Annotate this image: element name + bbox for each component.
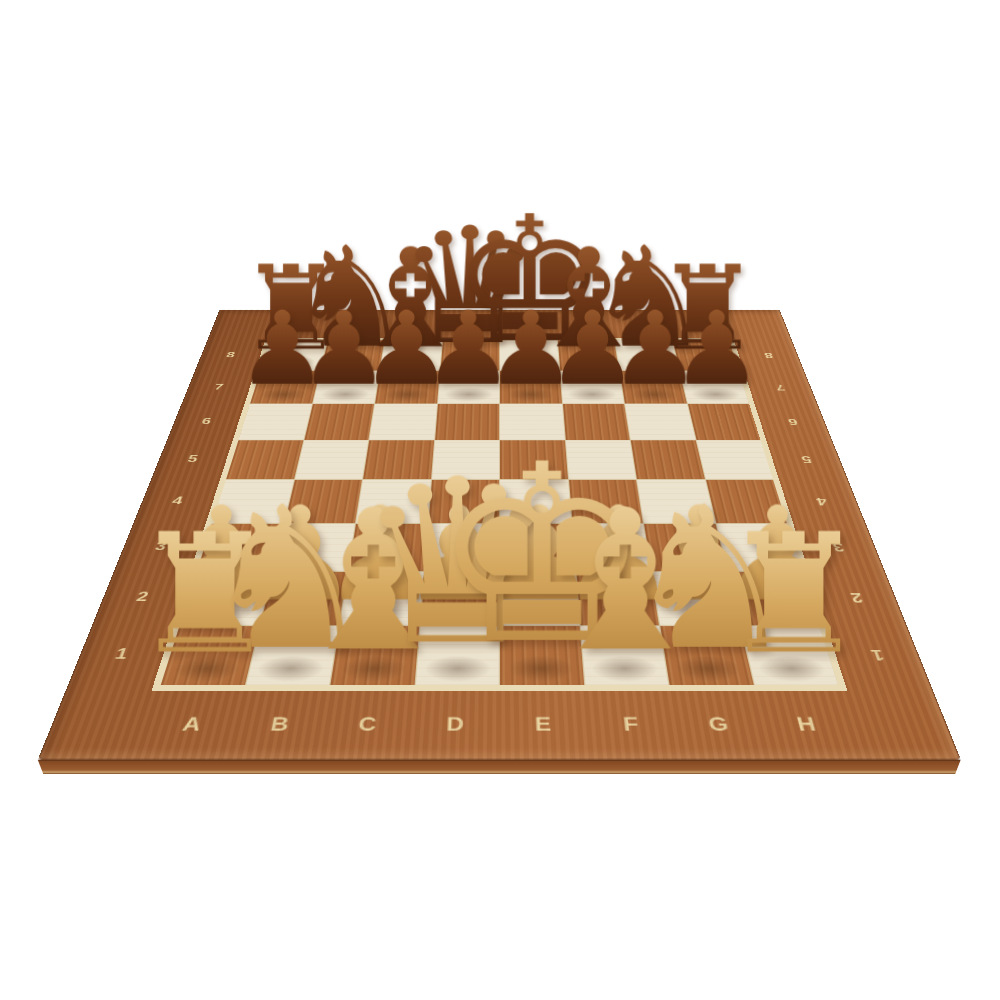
square-h7: ♟ <box>680 371 749 404</box>
file-label-b-bottom: B <box>240 691 318 760</box>
square-h6 <box>688 404 761 440</box>
file-label-h-top: H <box>672 310 721 338</box>
file-label-g-top: G <box>617 310 664 338</box>
rank-label-7-left: 7 <box>184 377 253 396</box>
rank-label-6-right: 6 <box>757 411 829 432</box>
file-label-e-top: E <box>507 310 549 338</box>
file-label-f-top: F <box>562 310 606 338</box>
rank-label-8-left: 8 <box>198 346 264 364</box>
file-label-g-bottom: G <box>681 691 759 760</box>
file-label-a-top: A <box>279 310 328 338</box>
board-front-edge <box>38 760 961 774</box>
file-label-d-top: D <box>450 310 492 338</box>
rank-label-6-left: 6 <box>170 411 242 432</box>
board-scene: ♜♞♝♛♚♝♞♜♟♟♟♟♟♟♟♟♟♟♟♟♟♟♟♟♜♞♝♛♚♝♞♜ AA88BB7… <box>0 0 1000 1000</box>
square-a6 <box>239 404 312 440</box>
white-rook-h1: ♜ <box>720 513 868 678</box>
file-label-e-bottom: E <box>511 691 578 760</box>
file-label-c-top: C <box>393 310 437 338</box>
file-label-d-bottom: D <box>421 691 488 760</box>
square-h1: ♜ <box>740 626 838 685</box>
file-label-b-top: B <box>336 310 383 338</box>
rank-label-8-right: 8 <box>736 346 802 364</box>
rank-label-7-right: 7 <box>746 377 815 396</box>
file-label-a-bottom: A <box>149 691 232 760</box>
file-label-h-bottom: H <box>766 691 849 760</box>
file-label-c-bottom: C <box>330 691 402 760</box>
file-label-f-bottom: F <box>596 691 668 760</box>
chess-board: ♜♞♝♛♚♝♞♜♟♟♟♟♟♟♟♟♟♟♟♟♟♟♟♟♜♞♝♛♚♝♞♜ AA88BB7… <box>38 310 961 760</box>
photo-stage: ♜♞♝♛♚♝♞♜♟♟♟♟♟♟♟♟♟♟♟♟♟♟♟♟♜♞♝♛♚♝♞♜ AA88BB7… <box>0 0 1000 1000</box>
playing-field: ♜♞♝♛♚♝♞♜♟♟♟♟♟♟♟♟♟♟♟♟♟♟♟♟♜♞♝♛♚♝♞♜ <box>152 338 848 691</box>
